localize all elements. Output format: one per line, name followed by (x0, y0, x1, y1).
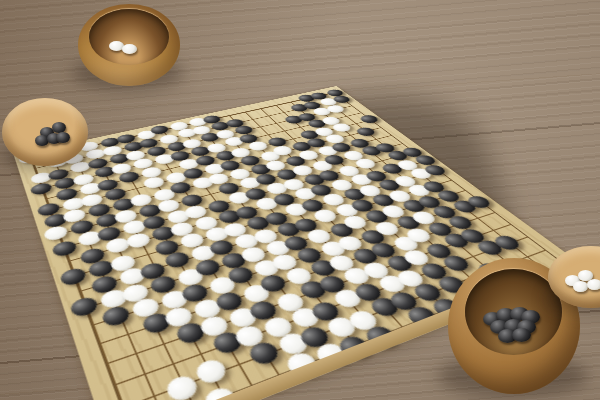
white-stone (270, 253, 301, 273)
white-stone (232, 232, 261, 250)
black-stone (42, 212, 68, 229)
black-stone (316, 273, 349, 295)
white-stone (238, 245, 268, 264)
black-stone (512, 328, 531, 342)
white-stone (108, 253, 137, 273)
black-stone (30, 181, 54, 196)
white-stone (341, 266, 374, 287)
white-stone (372, 220, 402, 237)
white-stone (326, 253, 358, 273)
black-stone (210, 330, 245, 357)
black-stone (296, 279, 329, 301)
white-stone (360, 260, 393, 281)
white-stone (121, 219, 148, 236)
black-stone (178, 193, 204, 208)
white-stone (250, 258, 281, 278)
white-stone (225, 305, 259, 330)
black-stone (362, 208, 391, 225)
white-stone (117, 266, 147, 287)
black-stone (297, 323, 333, 349)
white-stone (104, 236, 132, 255)
black-stone (89, 273, 119, 295)
white-stone (197, 314, 231, 339)
white-stone (163, 373, 200, 400)
black-stone (425, 221, 456, 238)
black-stone (247, 299, 281, 323)
black-stone (457, 227, 489, 245)
black-stone (193, 258, 223, 278)
white-stone (341, 214, 371, 231)
black-stone (281, 234, 311, 252)
white-stone (129, 192, 155, 207)
white-stone (188, 244, 217, 263)
black-stone (358, 228, 389, 246)
black-stone (205, 198, 232, 214)
white-stone (304, 227, 334, 245)
black-stone (309, 299, 344, 323)
black-stone (351, 281, 385, 303)
white-stone (178, 232, 207, 250)
white-stones-on-lid (548, 246, 600, 308)
black-stone (208, 238, 237, 257)
white-stone (240, 282, 273, 305)
white-stone (251, 227, 280, 245)
white-stone (263, 239, 293, 258)
white-stone (311, 208, 340, 224)
black-stone (274, 221, 303, 238)
black-stone (174, 321, 208, 347)
white-stone (375, 274, 409, 296)
black-stone (219, 251, 249, 271)
black-stone (294, 246, 325, 265)
white-stone (62, 208, 88, 224)
black-stone (474, 239, 507, 258)
white-stone (175, 266, 206, 287)
white-stone (192, 214, 220, 231)
white-stone (345, 308, 381, 333)
white-stone (288, 306, 323, 331)
white-stone (409, 210, 439, 227)
white-stone (283, 266, 315, 287)
white-stone (202, 225, 231, 243)
white-stone (155, 198, 181, 214)
white-stone (113, 208, 139, 225)
white-stone (401, 248, 434, 268)
white-stone (274, 291, 308, 314)
white-stone (163, 305, 196, 330)
black-stone (354, 126, 378, 137)
white-stone (98, 288, 129, 311)
black-stone (149, 225, 177, 243)
star-point (185, 331, 194, 338)
white-stone (324, 315, 360, 340)
white-stone (404, 227, 435, 245)
white-stone (80, 192, 105, 207)
black-stone (51, 239, 78, 258)
white-stone (221, 221, 249, 238)
black-stone (271, 192, 298, 207)
white-stone (130, 296, 162, 320)
black-stone (215, 209, 243, 226)
white-stone (260, 314, 295, 339)
black-stone (59, 266, 88, 287)
white-stone-bowl (78, 4, 180, 86)
white-stone (142, 176, 167, 190)
white-stone (158, 288, 190, 311)
star-point (137, 239, 144, 244)
black-stone (56, 132, 70, 143)
black-stone (326, 221, 356, 239)
black-stone (440, 232, 472, 250)
white-stone (122, 44, 137, 54)
black-stone (213, 290, 246, 313)
black-stone (358, 114, 381, 124)
black-stone (387, 289, 422, 312)
black-stone (163, 250, 193, 270)
black-stone (69, 218, 95, 235)
black-stone-lid (2, 98, 88, 166)
star-point (452, 240, 460, 245)
black-stone (180, 282, 212, 304)
black-stone (383, 253, 416, 273)
white-stone (390, 234, 422, 253)
white-stone (120, 281, 151, 303)
white-stone (379, 204, 408, 220)
black-stone (246, 340, 282, 368)
black-stone (87, 259, 116, 279)
black-stone (36, 202, 61, 218)
black-stone (292, 216, 321, 233)
white-stones-in-bowl (89, 9, 169, 65)
black-stone (138, 260, 168, 281)
white-stone (164, 208, 191, 225)
white-stone (207, 274, 239, 296)
black-stone (148, 274, 179, 296)
black-stone (101, 304, 133, 328)
black-stone (262, 210, 290, 227)
black-stone (244, 215, 272, 232)
black-stone (411, 282, 446, 304)
white-stone (169, 220, 197, 237)
black-stone (445, 215, 476, 232)
white-stone (233, 323, 268, 349)
black-stone (349, 246, 381, 265)
white-stone (275, 331, 311, 358)
go-scene (0, 0, 600, 400)
black-stone (367, 296, 402, 320)
black-stone (490, 234, 523, 252)
black-stone (307, 258, 339, 278)
white-stone (335, 234, 366, 253)
white-stone (317, 239, 348, 258)
white-stone (587, 279, 600, 290)
black-stone (79, 246, 107, 265)
black-stone (258, 273, 290, 295)
black-stone (69, 296, 100, 320)
white-stone-lid (548, 246, 600, 308)
black-stone (430, 204, 460, 220)
white-stone (573, 281, 588, 292)
white-stone (183, 204, 210, 220)
white-stone (76, 230, 103, 248)
white-stone (43, 225, 69, 243)
white-stone (192, 358, 229, 388)
black-stone (96, 225, 123, 243)
black-stone (233, 204, 261, 220)
black-stone (417, 261, 451, 282)
star-point (330, 282, 338, 287)
white-stone (124, 231, 152, 249)
black-stone (368, 241, 400, 260)
black-stones-on-lid (2, 98, 88, 166)
white-stone (191, 296, 224, 320)
black-stone (140, 311, 173, 336)
white-stone (331, 287, 365, 310)
black-stone (153, 238, 182, 257)
black-stone (225, 265, 256, 286)
white-stone (394, 268, 428, 289)
black-stone (393, 214, 423, 231)
black-stone (94, 213, 120, 230)
black-stone (140, 214, 167, 231)
